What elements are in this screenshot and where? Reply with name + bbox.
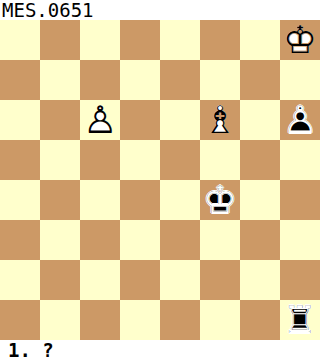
square-e1[interactable]	[160, 300, 200, 340]
square-h2[interactable]	[280, 260, 320, 300]
square-a3[interactable]	[0, 220, 40, 260]
square-e4[interactable]	[160, 180, 200, 220]
square-d7[interactable]	[120, 60, 160, 100]
square-c7[interactable]	[80, 60, 120, 100]
square-f2[interactable]	[200, 260, 240, 300]
square-f8[interactable]	[200, 20, 240, 60]
square-e8[interactable]	[160, 20, 200, 60]
square-d1[interactable]	[120, 300, 160, 340]
square-g1[interactable]	[240, 300, 280, 340]
square-h1[interactable]: ♜♖	[280, 300, 320, 340]
square-a1[interactable]	[0, 300, 40, 340]
white-bishop-outline: ♗	[200, 100, 240, 140]
white-pawn-outline: ♙	[80, 100, 120, 140]
chess-board: ♚♔♟♙♝♗♟♙♚♔♜♖	[0, 20, 320, 340]
square-e7[interactable]	[160, 60, 200, 100]
square-f1[interactable]	[200, 300, 240, 340]
chess-puzzle-page: MES.0651 ♚♔♟♙♝♗♟♙♚♔♜♖ 1. ?	[0, 0, 320, 360]
square-c2[interactable]	[80, 260, 120, 300]
square-c1[interactable]	[80, 300, 120, 340]
square-b1[interactable]	[40, 300, 80, 340]
square-f5[interactable]	[200, 140, 240, 180]
square-a8[interactable]	[0, 20, 40, 60]
square-g2[interactable]	[240, 260, 280, 300]
square-e5[interactable]	[160, 140, 200, 180]
square-b5[interactable]	[40, 140, 80, 180]
square-e3[interactable]	[160, 220, 200, 260]
square-a4[interactable]	[0, 180, 40, 220]
square-d6[interactable]	[120, 100, 160, 140]
square-a2[interactable]	[0, 260, 40, 300]
square-c4[interactable]	[80, 180, 120, 220]
square-h8[interactable]: ♚♔	[280, 20, 320, 60]
square-a5[interactable]	[0, 140, 40, 180]
square-d3[interactable]	[120, 220, 160, 260]
white-bishop: ♝	[200, 100, 240, 140]
white-king: ♚	[280, 20, 320, 60]
square-h5[interactable]	[280, 140, 320, 180]
square-d2[interactable]	[120, 260, 160, 300]
square-b4[interactable]	[40, 180, 80, 220]
square-g8[interactable]	[240, 20, 280, 60]
square-g5[interactable]	[240, 140, 280, 180]
square-h3[interactable]	[280, 220, 320, 260]
white-pawn: ♟	[80, 100, 120, 140]
square-b6[interactable]	[40, 100, 80, 140]
square-g6[interactable]	[240, 100, 280, 140]
square-h6[interactable]: ♟♙	[280, 100, 320, 140]
square-d8[interactable]	[120, 20, 160, 60]
black-king-outline: ♔	[200, 180, 240, 220]
square-h4[interactable]	[280, 180, 320, 220]
black-king: ♚	[200, 180, 240, 220]
square-b7[interactable]	[40, 60, 80, 100]
black-pawn-outline: ♙	[280, 100, 320, 140]
square-g3[interactable]	[240, 220, 280, 260]
square-a6[interactable]	[0, 100, 40, 140]
square-f7[interactable]	[200, 60, 240, 100]
square-f3[interactable]	[200, 220, 240, 260]
square-b2[interactable]	[40, 260, 80, 300]
square-c3[interactable]	[80, 220, 120, 260]
square-f4[interactable]: ♚♔	[200, 180, 240, 220]
square-d5[interactable]	[120, 140, 160, 180]
square-h7[interactable]	[280, 60, 320, 100]
square-g7[interactable]	[240, 60, 280, 100]
square-c5[interactable]	[80, 140, 120, 180]
square-c6[interactable]: ♟♙	[80, 100, 120, 140]
square-f6[interactable]: ♝♗	[200, 100, 240, 140]
black-rook: ♜	[280, 300, 320, 340]
white-king-outline: ♔	[280, 20, 320, 60]
puzzle-title: MES.0651	[0, 0, 320, 20]
square-a7[interactable]	[0, 60, 40, 100]
black-pawn: ♟	[280, 100, 320, 140]
square-c8[interactable]	[80, 20, 120, 60]
square-b8[interactable]	[40, 20, 80, 60]
square-g4[interactable]	[240, 180, 280, 220]
black-rook-outline: ♖	[280, 300, 320, 340]
square-d4[interactable]	[120, 180, 160, 220]
move-prompt: 1. ?	[0, 340, 320, 360]
square-e6[interactable]	[160, 100, 200, 140]
square-e2[interactable]	[160, 260, 200, 300]
square-b3[interactable]	[40, 220, 80, 260]
